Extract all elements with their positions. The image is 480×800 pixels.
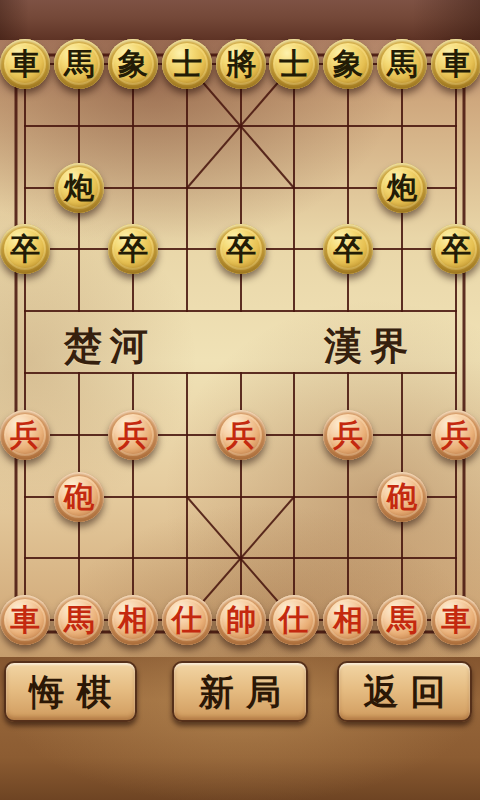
piece-glyph: 卒 — [226, 234, 256, 264]
piece-glyph: 馬 — [64, 49, 94, 79]
piece-red-horse[interactable]: 馬 — [54, 595, 104, 645]
undo-move-button-label: 悔棋 — [30, 674, 124, 709]
piece-glyph: 象 — [333, 49, 363, 79]
piece-glyph: 兵 — [10, 420, 40, 450]
piece-black-elephant[interactable]: 象 — [108, 39, 158, 89]
piece-glyph: 炮 — [64, 173, 94, 203]
piece-glyph: 士 — [172, 49, 202, 79]
piece-red-soldier[interactable]: 兵 — [108, 410, 158, 460]
piece-black-horse[interactable]: 馬 — [54, 39, 104, 89]
xiangqi-app-screen: 楚河 漢界 車馬象士將士象馬車炮炮卒卒卒卒卒兵兵兵兵兵砲砲車馬相仕帥仕相馬車 悔… — [0, 0, 480, 800]
piece-glyph: 卒 — [333, 234, 363, 264]
undo-move-button[interactable]: 悔棋 — [4, 661, 137, 722]
piece-glyph: 仕 — [279, 605, 309, 635]
back-button[interactable]: 返回 — [337, 661, 472, 722]
piece-black-advisor[interactable]: 士 — [269, 39, 319, 89]
piece-black-soldier[interactable]: 卒 — [0, 224, 50, 274]
piece-black-soldier[interactable]: 卒 — [431, 224, 480, 274]
piece-glyph: 砲 — [64, 482, 94, 512]
piece-glyph: 車 — [441, 605, 471, 635]
piece-red-elephant[interactable]: 相 — [108, 595, 158, 645]
piece-black-soldier[interactable]: 卒 — [108, 224, 158, 274]
piece-glyph: 相 — [118, 605, 148, 635]
piece-black-advisor[interactable]: 士 — [162, 39, 212, 89]
piece-glyph: 兵 — [441, 420, 471, 450]
piece-black-general[interactable]: 將 — [216, 39, 266, 89]
button-bar: 悔棋 新局 返回 — [0, 650, 480, 740]
back-button-label: 返回 — [364, 674, 458, 709]
piece-glyph: 帥 — [226, 605, 256, 635]
piece-glyph: 象 — [118, 49, 148, 79]
piece-glyph: 車 — [441, 49, 471, 79]
piece-red-soldier[interactable]: 兵 — [431, 410, 480, 460]
piece-glyph: 馬 — [64, 605, 94, 635]
piece-black-cannon[interactable]: 炮 — [377, 163, 427, 213]
piece-glyph: 車 — [10, 605, 40, 635]
piece-black-chariot[interactable]: 車 — [0, 39, 50, 89]
piece-red-advisor[interactable]: 仕 — [269, 595, 319, 645]
piece-glyph: 卒 — [441, 234, 471, 264]
piece-black-elephant[interactable]: 象 — [323, 39, 373, 89]
piece-glyph: 兵 — [118, 420, 148, 450]
piece-glyph: 馬 — [387, 49, 417, 79]
piece-red-elephant[interactable]: 相 — [323, 595, 373, 645]
piece-red-soldier[interactable]: 兵 — [323, 410, 373, 460]
new-game-button-label: 新局 — [199, 674, 293, 709]
piece-red-cannon[interactable]: 砲 — [377, 472, 427, 522]
piece-glyph: 士 — [279, 49, 309, 79]
piece-red-horse[interactable]: 馬 — [377, 595, 427, 645]
piece-black-soldier[interactable]: 卒 — [216, 224, 266, 274]
piece-black-soldier[interactable]: 卒 — [323, 224, 373, 274]
piece-black-horse[interactable]: 馬 — [377, 39, 427, 89]
piece-glyph: 卒 — [10, 234, 40, 264]
piece-glyph: 兵 — [333, 420, 363, 450]
piece-glyph: 馬 — [387, 605, 417, 635]
piece-glyph: 卒 — [118, 234, 148, 264]
piece-glyph: 炮 — [387, 173, 417, 203]
piece-glyph: 仕 — [172, 605, 202, 635]
piece-glyph: 砲 — [387, 482, 417, 512]
piece-red-chariot[interactable]: 車 — [431, 595, 480, 645]
piece-red-soldier[interactable]: 兵 — [216, 410, 266, 460]
piece-glyph: 車 — [10, 49, 40, 79]
piece-red-chariot[interactable]: 車 — [0, 595, 50, 645]
new-game-button[interactable]: 新局 — [172, 661, 308, 722]
piece-red-advisor[interactable]: 仕 — [162, 595, 212, 645]
piece-glyph: 將 — [226, 49, 256, 79]
piece-black-chariot[interactable]: 車 — [431, 39, 480, 89]
piece-red-soldier[interactable]: 兵 — [0, 410, 50, 460]
piece-glyph: 兵 — [226, 420, 256, 450]
piece-red-general[interactable]: 帥 — [216, 595, 266, 645]
piece-glyph: 相 — [333, 605, 363, 635]
piece-black-cannon[interactable]: 炮 — [54, 163, 104, 213]
piece-red-cannon[interactable]: 砲 — [54, 472, 104, 522]
